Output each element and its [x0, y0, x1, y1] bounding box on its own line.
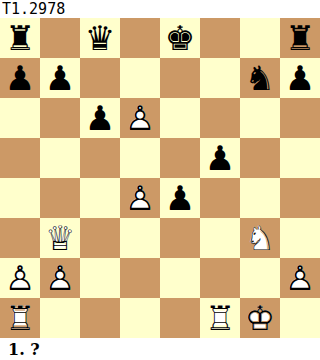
piece-black-pawn[interactable]: ♟	[280, 58, 320, 98]
piece-black-king[interactable]: ♚	[160, 18, 200, 58]
square-g6[interactable]	[240, 98, 280, 138]
piece-fill-layer: ♞	[240, 58, 280, 98]
piece-black-queen[interactable]: ♛	[80, 18, 120, 58]
square-d3[interactable]	[120, 218, 160, 258]
square-b4[interactable]	[40, 178, 80, 218]
square-b5[interactable]	[40, 138, 80, 178]
square-c3[interactable]	[80, 218, 120, 258]
piece-white-king[interactable]: ♚♔	[240, 298, 280, 338]
piece-white-pawn[interactable]: ♟♙	[280, 258, 320, 298]
piece-fill-layer: ♛	[80, 18, 120, 58]
move-prompt: 1. ?	[0, 338, 320, 360]
square-d4[interactable]: ♟♙	[120, 178, 160, 218]
square-e4[interactable]: ♟	[160, 178, 200, 218]
square-e7[interactable]	[160, 58, 200, 98]
square-c7[interactable]	[80, 58, 120, 98]
piece-fill-layer: ♟	[40, 58, 80, 98]
square-c6[interactable]: ♟	[80, 98, 120, 138]
square-d2[interactable]	[120, 258, 160, 298]
chess-board: ♜♛♚♜♟♟♞♟♟♟♙♟♟♙♟♛♕♞♘♟♙♟♙♟♙♜♖♜♖♚♔	[0, 18, 320, 338]
piece-fill-layer: ♟	[200, 138, 240, 178]
square-d5[interactable]	[120, 138, 160, 178]
piece-white-pawn[interactable]: ♟♙	[40, 258, 80, 298]
square-f1[interactable]: ♜♖	[200, 298, 240, 338]
square-a1[interactable]: ♜♖	[0, 298, 40, 338]
square-h8[interactable]: ♜	[280, 18, 320, 58]
square-g2[interactable]	[240, 258, 280, 298]
square-d8[interactable]	[120, 18, 160, 58]
square-e5[interactable]	[160, 138, 200, 178]
piece-white-knight[interactable]: ♞♘	[240, 218, 280, 258]
square-c8[interactable]: ♛	[80, 18, 120, 58]
square-h5[interactable]	[280, 138, 320, 178]
piece-fill-layer: ♜	[280, 18, 320, 58]
square-a8[interactable]: ♜	[0, 18, 40, 58]
square-h2[interactable]: ♟♙	[280, 258, 320, 298]
square-b2[interactable]: ♟♙	[40, 258, 80, 298]
square-g3[interactable]: ♞♘	[240, 218, 280, 258]
square-b7[interactable]: ♟	[40, 58, 80, 98]
square-c4[interactable]	[80, 178, 120, 218]
square-g7[interactable]: ♞	[240, 58, 280, 98]
piece-black-pawn[interactable]: ♟	[40, 58, 80, 98]
piece-white-rook[interactable]: ♜♖	[200, 298, 240, 338]
piece-white-pawn[interactable]: ♟♙	[120, 98, 160, 138]
piece-outline-layer: ♙	[0, 258, 40, 298]
piece-black-pawn[interactable]: ♟	[0, 58, 40, 98]
square-d7[interactable]	[120, 58, 160, 98]
square-h4[interactable]	[280, 178, 320, 218]
piece-white-pawn[interactable]: ♟♙	[0, 258, 40, 298]
piece-outline-layer: ♙	[120, 98, 160, 138]
piece-white-queen[interactable]: ♛♕	[40, 218, 80, 258]
piece-outline-layer: ♙	[120, 178, 160, 218]
square-a6[interactable]	[0, 98, 40, 138]
square-h7[interactable]: ♟	[280, 58, 320, 98]
square-b8[interactable]	[40, 18, 80, 58]
piece-black-pawn[interactable]: ♟	[160, 178, 200, 218]
square-f4[interactable]	[200, 178, 240, 218]
piece-black-knight[interactable]: ♞	[240, 58, 280, 98]
square-f8[interactable]	[200, 18, 240, 58]
square-a3[interactable]	[0, 218, 40, 258]
square-h6[interactable]	[280, 98, 320, 138]
piece-outline-layer: ♖	[200, 298, 240, 338]
piece-fill-layer: ♟	[160, 178, 200, 218]
square-g4[interactable]	[240, 178, 280, 218]
square-d6[interactable]: ♟♙	[120, 98, 160, 138]
square-b6[interactable]	[40, 98, 80, 138]
piece-fill-layer: ♚	[160, 18, 200, 58]
piece-black-rook[interactable]: ♜	[280, 18, 320, 58]
piece-outline-layer: ♘	[240, 218, 280, 258]
piece-fill-layer: ♟	[0, 58, 40, 98]
square-b1[interactable]	[40, 298, 80, 338]
square-a5[interactable]	[0, 138, 40, 178]
square-h1[interactable]	[280, 298, 320, 338]
piece-outline-layer: ♕	[40, 218, 80, 258]
puzzle-title: T1.2978	[0, 0, 320, 18]
piece-outline-layer: ♙	[280, 258, 320, 298]
square-e1[interactable]	[160, 298, 200, 338]
piece-fill-layer: ♜	[0, 18, 40, 58]
square-c1[interactable]	[80, 298, 120, 338]
piece-outline-layer: ♖	[0, 298, 40, 338]
square-e6[interactable]	[160, 98, 200, 138]
piece-black-rook[interactable]: ♜	[0, 18, 40, 58]
square-g5[interactable]	[240, 138, 280, 178]
square-a4[interactable]	[0, 178, 40, 218]
square-f5[interactable]: ♟	[200, 138, 240, 178]
chess-puzzle-page: T1.2978 ♜♛♚♜♟♟♞♟♟♟♙♟♟♙♟♛♕♞♘♟♙♟♙♟♙♜♖♜♖♚♔ …	[0, 0, 320, 360]
square-a7[interactable]: ♟	[0, 58, 40, 98]
piece-white-rook[interactable]: ♜♖	[0, 298, 40, 338]
square-f2[interactable]	[200, 258, 240, 298]
piece-fill-layer: ♟	[80, 98, 120, 138]
square-c2[interactable]	[80, 258, 120, 298]
square-a2[interactable]: ♟♙	[0, 258, 40, 298]
square-f3[interactable]	[200, 218, 240, 258]
square-g1[interactable]: ♚♔	[240, 298, 280, 338]
square-b3[interactable]: ♛♕	[40, 218, 80, 258]
piece-white-pawn[interactable]: ♟♙	[120, 178, 160, 218]
square-d1[interactable]	[120, 298, 160, 338]
square-g8[interactable]	[240, 18, 280, 58]
square-e3[interactable]	[160, 218, 200, 258]
piece-outline-layer: ♙	[40, 258, 80, 298]
piece-black-pawn[interactable]: ♟	[200, 138, 240, 178]
piece-fill-layer: ♟	[280, 58, 320, 98]
square-e8[interactable]: ♚	[160, 18, 200, 58]
square-f7[interactable]	[200, 58, 240, 98]
piece-outline-layer: ♔	[240, 298, 280, 338]
square-e2[interactable]	[160, 258, 200, 298]
piece-black-pawn[interactable]: ♟	[80, 98, 120, 138]
square-f6[interactable]	[200, 98, 240, 138]
square-c5[interactable]	[80, 138, 120, 178]
square-h3[interactable]	[280, 218, 320, 258]
